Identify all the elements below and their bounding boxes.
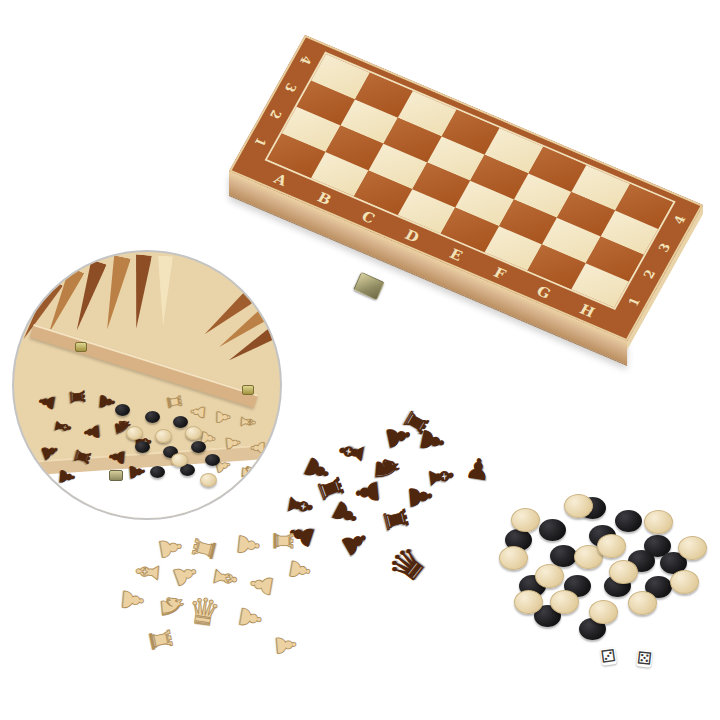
cream-checker xyxy=(597,534,626,558)
piece-light-rook: ♜ xyxy=(144,625,177,655)
piece-light-pawn: ♟ xyxy=(285,556,315,583)
piece-light-bishop: ♝ xyxy=(238,413,258,432)
piece-dark-rook: ♜ xyxy=(66,387,87,407)
piece-dark-pawn: ♟ xyxy=(56,467,77,487)
piece-dark-pawn: ♟ xyxy=(335,524,374,562)
piece-dark-pawn: ♟ xyxy=(126,462,147,482)
cream-checker xyxy=(155,429,172,443)
piece-light-pawn: ♟ xyxy=(188,403,207,421)
piece-light-queen: ♛ xyxy=(186,592,223,632)
die-3: ⚂ xyxy=(600,647,617,666)
cream-checker xyxy=(511,508,540,532)
piece-dark-rook: ♜ xyxy=(377,503,413,536)
cream-checker xyxy=(550,590,579,614)
piece-light-pawn: ♟ xyxy=(223,434,242,452)
piece-light-pawn: ♟ xyxy=(168,558,203,591)
cream-checker xyxy=(670,570,699,594)
piece-light-knight: ♞ xyxy=(239,463,259,482)
cream-checker xyxy=(678,536,707,560)
piece-light-pawn: ♟ xyxy=(249,440,267,456)
backgammon-point xyxy=(200,292,253,340)
piece-light-rook: ♜ xyxy=(270,529,296,552)
cream-checker xyxy=(499,546,528,570)
cream-checker xyxy=(126,426,143,440)
backgammon-point xyxy=(69,260,106,333)
cream-checker xyxy=(564,494,593,518)
piece-light-pawn: ♟ xyxy=(272,632,300,657)
piece-dark-pawn: ♟ xyxy=(464,454,493,485)
piece-dark-pawn: ♟ xyxy=(415,425,450,458)
piece-light-rook: ♜ xyxy=(164,392,185,411)
black-checker xyxy=(191,441,206,453)
backgammon-point xyxy=(225,326,278,366)
piece-light-pawn: ♟ xyxy=(117,586,147,613)
cream-checker xyxy=(535,564,564,588)
black-checker xyxy=(173,416,188,428)
product-photo: ABCDEFGH 4321 4321 ♟♜♟♝♟♞♟♜♟♝♟♟♜♟♟♝♟♟♟♟♞… xyxy=(0,0,720,720)
die-5: ⚄ xyxy=(636,649,652,667)
piece-dark-pawn: ♟ xyxy=(81,422,102,442)
piece-light-pawn: ♟ xyxy=(233,531,263,559)
black-checker xyxy=(615,510,642,532)
piece-light-pawn: ♟ xyxy=(234,603,266,633)
piece-light-bishop: ♝ xyxy=(132,557,164,586)
piece-light-knight: ♞ xyxy=(156,591,188,620)
black-checker xyxy=(539,519,566,541)
brass-hinge xyxy=(242,385,254,395)
piece-light-pawn: ♟ xyxy=(244,472,265,491)
black-checker xyxy=(135,441,150,453)
piece-light-bishop: ♝ xyxy=(208,562,242,594)
piece-light-pawn: ♟ xyxy=(246,570,278,600)
backgammon-point xyxy=(128,254,152,329)
cream-checker xyxy=(589,600,618,624)
black-checker xyxy=(145,411,160,423)
black-checker xyxy=(150,466,165,478)
piece-dark-pawn: ♟ xyxy=(352,477,385,507)
piece-dark-bishop: ♝ xyxy=(334,435,370,469)
piece-dark-pawn: ♟ xyxy=(381,421,416,454)
inset-clasp xyxy=(109,470,123,481)
cream-checker xyxy=(200,473,217,487)
brass-clasp xyxy=(353,272,385,301)
cream-checker xyxy=(514,590,543,614)
piece-light-pawn: ♟ xyxy=(154,533,186,563)
cream-checker xyxy=(185,426,202,440)
cream-checker xyxy=(628,591,657,615)
cream-checker xyxy=(609,560,638,584)
cream-checker xyxy=(644,510,673,534)
piece-dark-pawn: ♟ xyxy=(36,391,59,412)
black-checker xyxy=(205,454,220,466)
piece-dark-bishop: ♝ xyxy=(50,416,74,438)
piece-light-pawn: ♟ xyxy=(214,409,232,425)
black-checker xyxy=(115,404,130,416)
backgammon-point xyxy=(156,256,173,326)
piece-dark-bishop: ♝ xyxy=(282,489,318,523)
magnifier-inset: ♟♜♟♝♟♞♟♜♟♝♟♟♜♟♟♝♟♟♟♟♞♟ xyxy=(12,250,282,520)
brass-hinge xyxy=(75,342,87,352)
cream-checker xyxy=(171,453,188,467)
piece-dark-queen: ♛ xyxy=(381,539,435,592)
